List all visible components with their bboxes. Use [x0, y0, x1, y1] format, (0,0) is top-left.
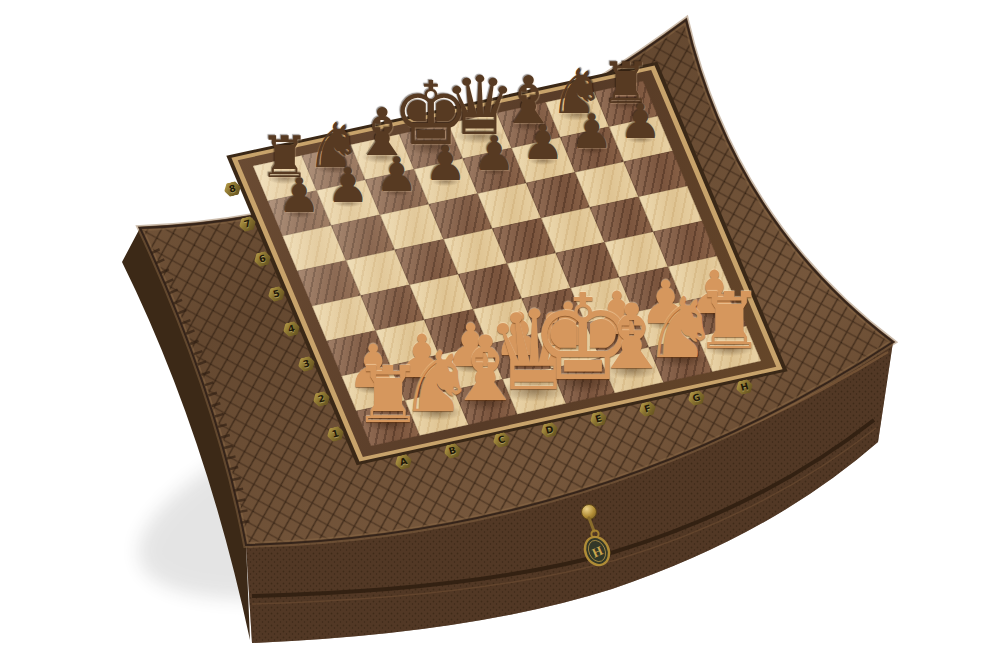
chess-set-photo: H 87654321ABCDEFGH♜♞♝♚♛♝♞♜♟♟♟♟♟♟♟♟♟♟♟♟♟♟… — [0, 0, 1000, 667]
